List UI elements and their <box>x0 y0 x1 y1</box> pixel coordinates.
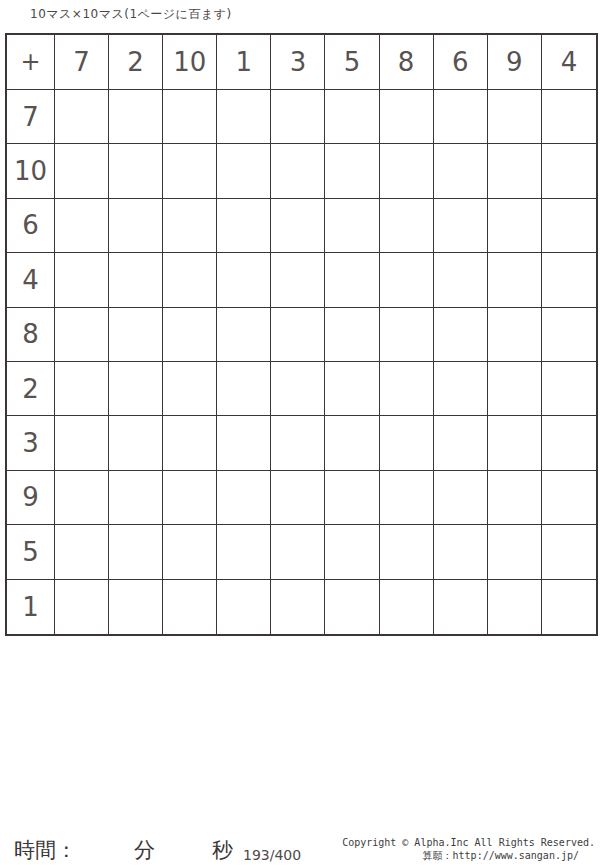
answer-cell <box>271 416 325 470</box>
row-header-cell: 10 <box>7 144 55 198</box>
hyakumasu-grid: +7210135869471064823951 <box>5 33 598 636</box>
answer-cell <box>380 362 434 416</box>
time-entry-line: 時間： 分 秒 <box>14 836 233 865</box>
col-header-cell: 5 <box>325 35 379 90</box>
answer-cell <box>434 253 488 307</box>
answer-cell <box>55 253 109 307</box>
col-header-cell: 2 <box>109 35 163 90</box>
answer-cell <box>325 525 379 579</box>
answer-cell <box>163 416 217 470</box>
row-header-cell: 7 <box>7 90 55 144</box>
col-header-cell: 3 <box>271 35 325 90</box>
answer-cell <box>271 525 325 579</box>
page-counter: 193/400 <box>243 847 301 863</box>
answer-cell <box>55 416 109 470</box>
col-header-cell: 4 <box>542 35 596 90</box>
answer-cell <box>55 90 109 144</box>
answer-cell <box>542 416 596 470</box>
answer-cell <box>55 471 109 525</box>
answer-cell <box>488 90 542 144</box>
answer-cell <box>325 362 379 416</box>
answer-cell <box>217 580 271 634</box>
answer-cell <box>434 199 488 253</box>
answer-cell <box>434 525 488 579</box>
answer-cell <box>488 525 542 579</box>
website-line: 算願：http://www.sangan.jp/ <box>342 849 595 862</box>
answer-cell <box>488 199 542 253</box>
row-header-cell: 9 <box>7 471 55 525</box>
answer-cell <box>488 362 542 416</box>
answer-cell <box>325 580 379 634</box>
answer-cell <box>109 199 163 253</box>
answer-cell <box>542 580 596 634</box>
answer-cell <box>542 362 596 416</box>
row-header-cell: 1 <box>7 580 55 634</box>
answer-cell <box>434 144 488 198</box>
answer-cell <box>109 308 163 362</box>
answer-cell <box>163 144 217 198</box>
answer-cell <box>542 90 596 144</box>
row-header-cell: 4 <box>7 253 55 307</box>
answer-cell <box>109 471 163 525</box>
answer-cell <box>380 144 434 198</box>
answer-cell <box>488 416 542 470</box>
answer-cell <box>434 90 488 144</box>
answer-cell <box>488 308 542 362</box>
col-header-cell: 8 <box>380 35 434 90</box>
answer-cell <box>109 525 163 579</box>
answer-cell <box>271 362 325 416</box>
answer-cell <box>488 471 542 525</box>
answer-cell <box>217 416 271 470</box>
col-header-cell: 10 <box>163 35 217 90</box>
answer-cell <box>542 144 596 198</box>
answer-cell <box>55 308 109 362</box>
answer-cell <box>163 362 217 416</box>
answer-cell <box>380 253 434 307</box>
answer-cell <box>271 199 325 253</box>
answer-cell <box>271 253 325 307</box>
answer-cell <box>217 308 271 362</box>
answer-cell <box>325 90 379 144</box>
answer-cell <box>380 308 434 362</box>
answer-cell <box>163 580 217 634</box>
answer-cell <box>271 144 325 198</box>
answer-cell <box>109 362 163 416</box>
answer-cell <box>55 580 109 634</box>
answer-cell <box>55 525 109 579</box>
answer-cell <box>109 416 163 470</box>
answer-cell <box>163 90 217 144</box>
answer-cell <box>163 308 217 362</box>
answer-cell <box>163 253 217 307</box>
answer-cell <box>217 525 271 579</box>
answer-cell <box>434 580 488 634</box>
worksheet-title: 10マス×10マス(1ページに百ます) <box>30 6 232 23</box>
answer-cell <box>109 144 163 198</box>
row-header-cell: 5 <box>7 525 55 579</box>
answer-cell <box>217 253 271 307</box>
answer-cell <box>488 144 542 198</box>
row-header-cell: 2 <box>7 362 55 416</box>
answer-cell <box>325 471 379 525</box>
time-label: 時間： <box>14 836 77 864</box>
answer-cell <box>163 471 217 525</box>
answer-cell <box>380 416 434 470</box>
seconds-label: 秒 <box>212 836 233 864</box>
copyright-line: Copyright © Alpha.Inc All Rights Reserve… <box>342 836 595 849</box>
answer-cell <box>217 90 271 144</box>
answer-cell <box>542 471 596 525</box>
answer-cell <box>542 308 596 362</box>
answer-cell <box>325 253 379 307</box>
answer-cell <box>55 362 109 416</box>
row-header-cell: 8 <box>7 308 55 362</box>
answer-cell <box>217 144 271 198</box>
answer-cell <box>55 199 109 253</box>
answer-cell <box>217 362 271 416</box>
answer-cell <box>380 199 434 253</box>
answer-cell <box>325 144 379 198</box>
minutes-label: 分 <box>134 836 155 864</box>
answer-cell <box>271 308 325 362</box>
answer-cell <box>488 580 542 634</box>
copyright-block: Copyright © Alpha.Inc All Rights Reserve… <box>342 836 595 862</box>
answer-cell <box>163 199 217 253</box>
col-header-cell: 7 <box>55 35 109 90</box>
answer-cell <box>434 416 488 470</box>
answer-cell <box>55 144 109 198</box>
answer-cell <box>380 580 434 634</box>
answer-cell <box>434 362 488 416</box>
answer-cell <box>380 471 434 525</box>
answer-cell <box>109 90 163 144</box>
col-header-cell: 1 <box>217 35 271 90</box>
answer-cell <box>542 525 596 579</box>
answer-cell <box>217 471 271 525</box>
answer-cell <box>542 199 596 253</box>
answer-cell <box>325 416 379 470</box>
answer-cell <box>109 580 163 634</box>
answer-cell <box>217 199 271 253</box>
answer-cell <box>542 253 596 307</box>
answer-cell <box>434 308 488 362</box>
col-header-cell: 9 <box>488 35 542 90</box>
col-header-cell: 6 <box>434 35 488 90</box>
answer-cell <box>271 471 325 525</box>
answer-cell <box>380 90 434 144</box>
answer-cell <box>380 525 434 579</box>
answer-cell <box>271 90 325 144</box>
operator-cell: + <box>7 35 55 90</box>
answer-cell <box>488 253 542 307</box>
row-header-cell: 6 <box>7 199 55 253</box>
row-header-cell: 3 <box>7 416 55 470</box>
answer-cell <box>325 308 379 362</box>
answer-cell <box>271 580 325 634</box>
answer-cell <box>163 525 217 579</box>
answer-cell <box>325 199 379 253</box>
answer-cell <box>109 253 163 307</box>
answer-cell <box>434 471 488 525</box>
